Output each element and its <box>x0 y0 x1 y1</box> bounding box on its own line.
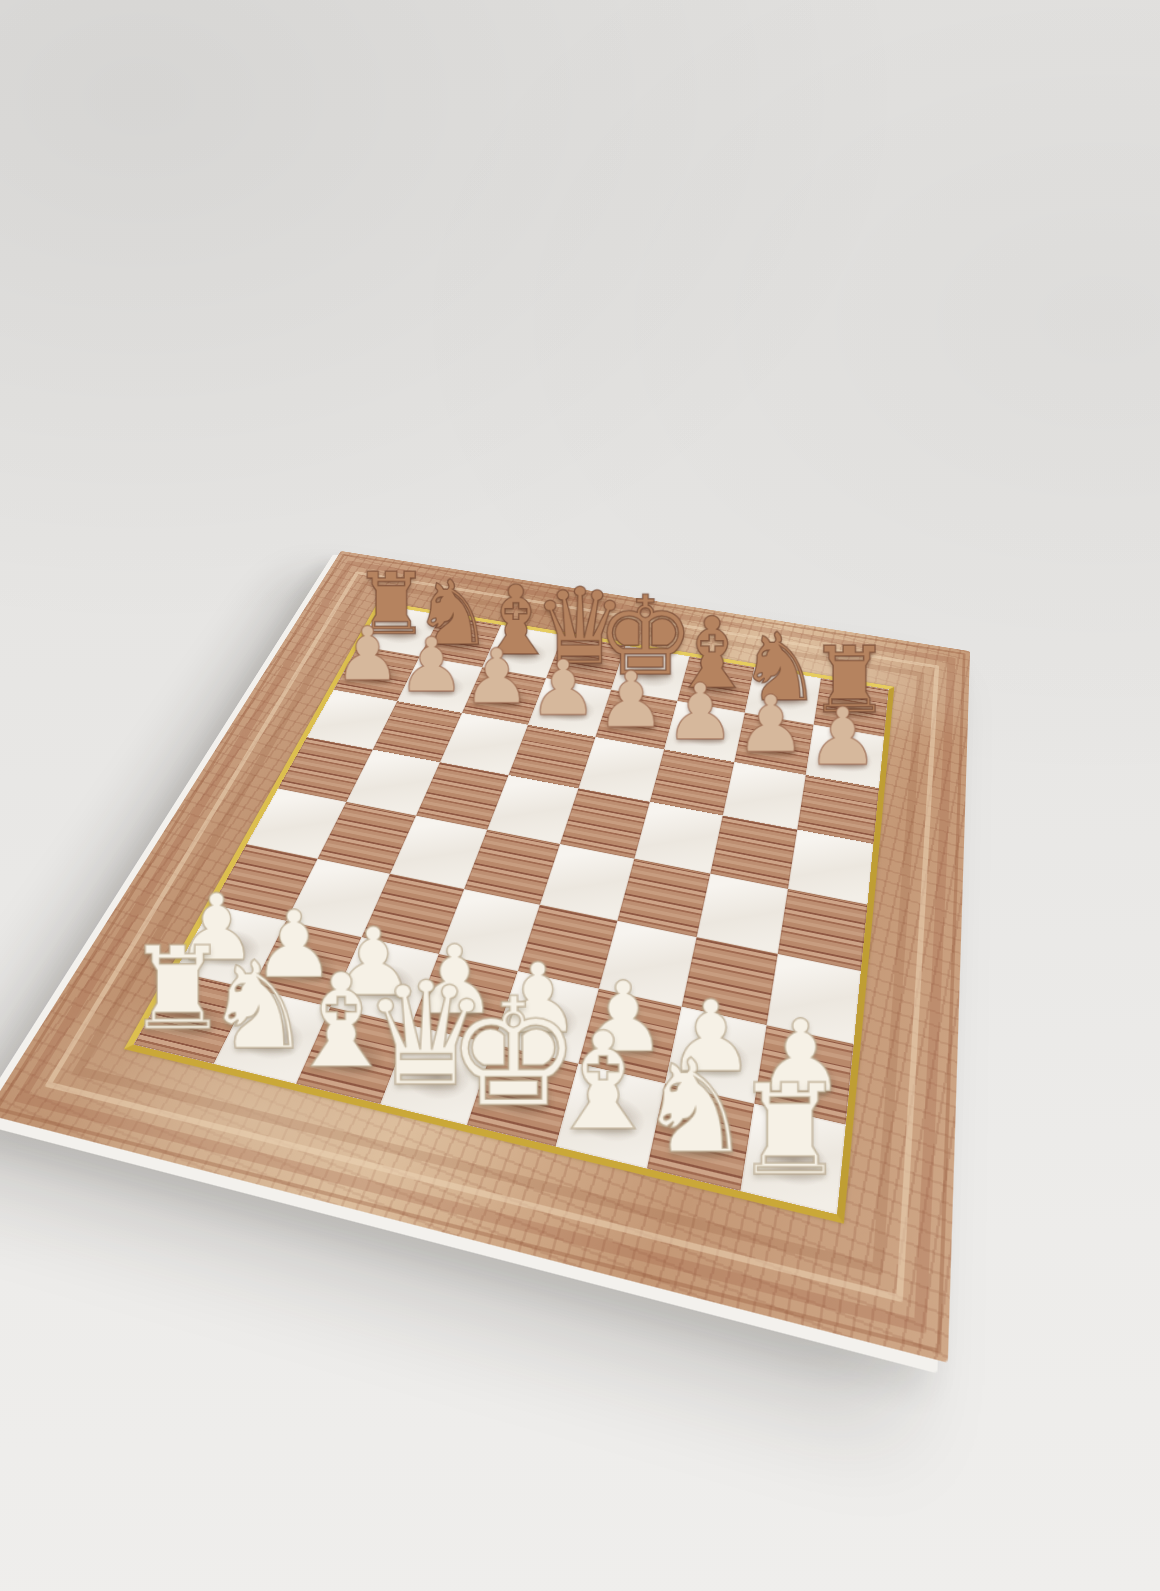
square-d5 <box>487 775 578 844</box>
piece-shadow <box>674 714 736 751</box>
square-a8: ♜ <box>358 605 440 656</box>
square-c5 <box>416 762 508 829</box>
square-b6 <box>373 701 462 762</box>
piece-shadow <box>538 691 601 727</box>
square-h8: ♜ <box>814 678 889 737</box>
piece-black-knight-b8: ♞ <box>413 568 493 658</box>
piece-shadow <box>492 637 552 670</box>
piece-shadow <box>472 680 535 715</box>
square-h7: ♟ <box>806 725 884 788</box>
piece-shadow <box>686 669 745 703</box>
square-f6 <box>650 749 734 815</box>
square-d6 <box>508 725 595 788</box>
square-a7: ♟ <box>334 646 420 701</box>
square-b7: ♟ <box>397 656 482 712</box>
piece-black-bishop-f8: ♝ <box>668 604 756 702</box>
square-h4 <box>778 889 868 971</box>
piece-shadow <box>408 669 471 703</box>
square-d8: ♛ <box>546 635 626 689</box>
piece-black-rook-h8: ♜ <box>808 635 890 726</box>
piece-shadow <box>822 691 881 727</box>
piece-black-pawn-c7: ♟ <box>463 639 531 715</box>
piece-black-pawn-e7: ♟ <box>596 661 665 738</box>
square-b8: ♞ <box>420 615 501 667</box>
square-a6 <box>307 690 397 750</box>
piece-white-rook-h1: ♜ <box>733 1068 846 1194</box>
piece-black-queen-d8: ♛ <box>533 574 627 679</box>
square-a5 <box>278 737 373 802</box>
square-c8: ♝ <box>482 625 563 678</box>
piece-black-rook-a8: ♜ <box>353 562 430 647</box>
piece-black-pawn-g7: ♟ <box>735 685 806 764</box>
piece-shadow <box>345 658 408 692</box>
square-b5 <box>346 750 440 816</box>
square-d7: ♟ <box>528 678 611 737</box>
square-e6 <box>578 737 664 802</box>
square-c6 <box>440 713 528 775</box>
square-f7: ♟ <box>664 701 745 762</box>
square-g5 <box>710 815 797 888</box>
square-e8: ♚ <box>611 646 689 701</box>
piece-black-king-e8: ♚ <box>596 581 695 691</box>
square-e7: ♟ <box>595 690 677 750</box>
square-c7: ♟ <box>462 667 546 725</box>
square-g8: ♞ <box>745 667 821 724</box>
chess-board: ♜♞♝♛♚♝♞♜♟♟♟♟♟♟♟♟♟♟♟♟♟♟♟♟♜♞♝♛♚♝♞♜ <box>0 551 970 1363</box>
photo-scene: ♜♞♝♛♚♝♞♜♟♟♟♟♟♟♟♟♟♟♟♟♟♟♟♟♜♞♝♛♚♝♞♜ <box>0 0 1160 1591</box>
square-h6 <box>797 775 879 844</box>
photo-backdrop: ♜♞♝♛♚♝♞♜♟♟♟♟♟♟♟♟♟♟♟♟♟♟♟♟♜♞♝♛♚♝♞♜ <box>0 0 1160 1591</box>
piece-black-bishop-c8: ♝ <box>473 573 559 669</box>
square-g6 <box>723 762 806 829</box>
piece-shadow <box>743 726 804 764</box>
piece-black-pawn-d7: ♟ <box>529 650 598 727</box>
piece-shadow <box>369 616 430 647</box>
piece-shadow <box>620 658 680 692</box>
square-g7: ♟ <box>734 713 813 775</box>
piece-black-pawn-f7: ♟ <box>665 673 735 751</box>
piece-shadow <box>556 647 616 680</box>
piece-black-pawn-h7: ♟ <box>807 697 879 777</box>
square-f8: ♝ <box>677 656 754 712</box>
piece-shadow <box>605 703 667 739</box>
piece-black-pawn-b7: ♟ <box>398 628 465 703</box>
piece-black-knight-g8: ♞ <box>738 620 822 714</box>
piece-shadow <box>430 626 491 658</box>
piece-black-pawn-a7: ♟ <box>334 617 401 691</box>
piece-shadow <box>753 680 812 715</box>
piece-shadow <box>814 739 875 778</box>
